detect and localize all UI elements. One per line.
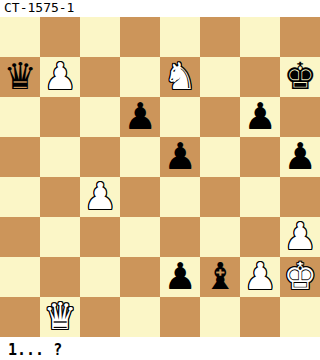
square-f6[interactable] — [200, 97, 240, 137]
square-e6[interactable] — [160, 97, 200, 137]
square-a5[interactable] — [0, 137, 40, 177]
square-a6[interactable] — [0, 97, 40, 137]
black-pawn: ♟ — [163, 257, 196, 297]
white-pawn: ♟ — [283, 217, 316, 257]
square-f8[interactable] — [200, 17, 240, 57]
square-b4[interactable] — [40, 177, 80, 217]
square-h8[interactable] — [280, 17, 320, 57]
square-b8[interactable] — [40, 17, 80, 57]
black-bishop: ♝ — [203, 257, 236, 297]
square-g3[interactable] — [240, 217, 280, 257]
black-king: ♚ — [283, 57, 316, 97]
square-g1[interactable] — [240, 297, 280, 337]
white-pawn: ♟ — [43, 57, 76, 97]
square-h5[interactable]: ♟ — [280, 137, 320, 177]
square-a1[interactable] — [0, 297, 40, 337]
square-e7[interactable]: ♞ — [160, 57, 200, 97]
white-king: ♚ — [283, 257, 316, 297]
square-c7[interactable] — [80, 57, 120, 97]
square-b5[interactable] — [40, 137, 80, 177]
square-d1[interactable] — [120, 297, 160, 337]
square-b1[interactable]: ♛ — [40, 297, 80, 337]
white-queen: ♛ — [43, 297, 76, 337]
square-g2[interactable]: ♟ — [240, 257, 280, 297]
white-pawn: ♟ — [83, 177, 116, 217]
black-pawn: ♟ — [283, 137, 316, 177]
square-g8[interactable] — [240, 17, 280, 57]
square-a2[interactable] — [0, 257, 40, 297]
square-h7[interactable]: ♚ — [280, 57, 320, 97]
square-d5[interactable] — [120, 137, 160, 177]
square-d3[interactable] — [120, 217, 160, 257]
square-c6[interactable] — [80, 97, 120, 137]
square-d2[interactable] — [120, 257, 160, 297]
square-f5[interactable] — [200, 137, 240, 177]
square-d4[interactable] — [120, 177, 160, 217]
chess-board: ♛♟♞♚♟♟♟♟♟♟♟♝♟♚♛ — [0, 17, 320, 337]
square-c2[interactable] — [80, 257, 120, 297]
square-g7[interactable] — [240, 57, 280, 97]
square-g5[interactable] — [240, 137, 280, 177]
square-e4[interactable] — [160, 177, 200, 217]
square-c1[interactable] — [80, 297, 120, 337]
square-a8[interactable] — [0, 17, 40, 57]
square-h3[interactable]: ♟ — [280, 217, 320, 257]
white-pawn: ♟ — [243, 257, 276, 297]
square-c8[interactable] — [80, 17, 120, 57]
black-pawn: ♟ — [163, 137, 196, 177]
square-c4[interactable]: ♟ — [80, 177, 120, 217]
square-f7[interactable] — [200, 57, 240, 97]
square-b2[interactable] — [40, 257, 80, 297]
square-b6[interactable] — [40, 97, 80, 137]
square-d7[interactable] — [120, 57, 160, 97]
white-knight: ♞ — [163, 57, 196, 97]
square-b7[interactable]: ♟ — [40, 57, 80, 97]
square-a3[interactable] — [0, 217, 40, 257]
black-pawn: ♟ — [123, 97, 156, 137]
square-a4[interactable] — [0, 177, 40, 217]
square-c5[interactable] — [80, 137, 120, 177]
square-h4[interactable] — [280, 177, 320, 217]
square-h6[interactable] — [280, 97, 320, 137]
black-pawn: ♟ — [243, 97, 276, 137]
diagram-title: CT-1575-1 — [0, 0, 320, 17]
square-a7[interactable]: ♛ — [0, 57, 40, 97]
black-queen: ♛ — [3, 57, 36, 97]
square-f3[interactable] — [200, 217, 240, 257]
square-h1[interactable] — [280, 297, 320, 337]
move-prompt: 1... ? — [0, 337, 320, 359]
square-e5[interactable]: ♟ — [160, 137, 200, 177]
square-h2[interactable]: ♚ — [280, 257, 320, 297]
square-e1[interactable] — [160, 297, 200, 337]
square-b3[interactable] — [40, 217, 80, 257]
square-f1[interactable] — [200, 297, 240, 337]
square-g6[interactable]: ♟ — [240, 97, 280, 137]
square-f4[interactable] — [200, 177, 240, 217]
square-e3[interactable] — [160, 217, 200, 257]
square-f2[interactable]: ♝ — [200, 257, 240, 297]
square-d8[interactable] — [120, 17, 160, 57]
square-c3[interactable] — [80, 217, 120, 257]
square-e8[interactable] — [160, 17, 200, 57]
square-g4[interactable] — [240, 177, 280, 217]
square-d6[interactable]: ♟ — [120, 97, 160, 137]
square-e2[interactable]: ♟ — [160, 257, 200, 297]
